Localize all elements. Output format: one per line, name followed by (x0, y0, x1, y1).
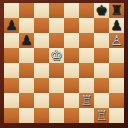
square-e3[interactable] (64, 78, 79, 93)
square-b4[interactable] (19, 63, 34, 78)
square-f6[interactable] (79, 33, 94, 48)
square-f4[interactable] (79, 63, 94, 78)
white-pawn-piece[interactable]: ♙ (109, 33, 124, 48)
square-g2[interactable] (94, 93, 109, 108)
chess-board: ♚♜♟♟♟♙♔♖♖ (4, 3, 124, 123)
square-e8[interactable] (64, 3, 79, 18)
square-d7[interactable] (49, 18, 64, 33)
square-e2[interactable] (64, 93, 79, 108)
square-h5[interactable] (109, 48, 124, 63)
square-f5[interactable] (79, 48, 94, 63)
square-c5[interactable] (34, 48, 49, 63)
square-b1[interactable] (19, 108, 34, 123)
square-c8[interactable] (34, 3, 49, 18)
square-g1[interactable]: ♖ (94, 108, 109, 123)
square-h8[interactable]: ♜ (109, 3, 124, 18)
square-h2[interactable] (109, 93, 124, 108)
square-e6[interactable] (64, 33, 79, 48)
square-b3[interactable] (19, 78, 34, 93)
square-b5[interactable] (19, 48, 34, 63)
square-d8[interactable] (49, 3, 64, 18)
square-a5[interactable] (4, 48, 19, 63)
square-d3[interactable] (49, 78, 64, 93)
black-pawn-piece[interactable]: ♟ (19, 33, 34, 48)
black-rook-piece[interactable]: ♜ (109, 3, 124, 18)
square-g3[interactable] (94, 78, 109, 93)
square-g4[interactable] (94, 63, 109, 78)
square-a6[interactable] (4, 33, 19, 48)
square-g7[interactable] (94, 18, 109, 33)
square-e7[interactable] (64, 18, 79, 33)
square-d6[interactable] (49, 33, 64, 48)
square-d2[interactable] (49, 93, 64, 108)
white-rook-piece[interactable]: ♖ (79, 93, 94, 108)
square-c3[interactable] (34, 78, 49, 93)
square-e1[interactable] (64, 108, 79, 123)
square-g6[interactable] (94, 33, 109, 48)
square-e4[interactable] (64, 63, 79, 78)
white-king-piece[interactable]: ♔ (49, 48, 64, 63)
square-c7[interactable] (34, 18, 49, 33)
chess-board-screenshot: ♚♜♟♟♟♙♔♖♖ (0, 0, 128, 128)
square-h1[interactable] (109, 108, 124, 123)
square-c2[interactable] (34, 93, 49, 108)
square-g8[interactable]: ♚ (94, 3, 109, 18)
square-f3[interactable] (79, 78, 94, 93)
square-a4[interactable] (4, 63, 19, 78)
square-g5[interactable] (94, 48, 109, 63)
square-h4[interactable] (109, 63, 124, 78)
square-a1[interactable] (4, 108, 19, 123)
square-d1[interactable] (49, 108, 64, 123)
square-h3[interactable] (109, 78, 124, 93)
square-f8[interactable] (79, 3, 94, 18)
square-c4[interactable] (34, 63, 49, 78)
square-a7[interactable]: ♟ (4, 18, 19, 33)
square-c6[interactable] (34, 33, 49, 48)
black-pawn-piece[interactable]: ♟ (4, 18, 19, 33)
square-e5[interactable] (64, 48, 79, 63)
square-c1[interactable] (34, 108, 49, 123)
square-a3[interactable] (4, 78, 19, 93)
square-f7[interactable] (79, 18, 94, 33)
square-f2[interactable]: ♖ (79, 93, 94, 108)
square-b8[interactable] (19, 3, 34, 18)
black-king-piece[interactable]: ♚ (94, 3, 109, 18)
square-a8[interactable] (4, 3, 19, 18)
square-d4[interactable] (49, 63, 64, 78)
square-b6[interactable]: ♟ (19, 33, 34, 48)
white-rook-piece[interactable]: ♖ (94, 108, 109, 123)
square-b7[interactable] (19, 18, 34, 33)
square-h7[interactable]: ♟ (109, 18, 124, 33)
square-d5[interactable]: ♔ (49, 48, 64, 63)
square-f1[interactable] (79, 108, 94, 123)
square-h6[interactable]: ♙ (109, 33, 124, 48)
square-b2[interactable] (19, 93, 34, 108)
black-pawn-piece[interactable]: ♟ (109, 18, 124, 33)
square-a2[interactable] (4, 93, 19, 108)
